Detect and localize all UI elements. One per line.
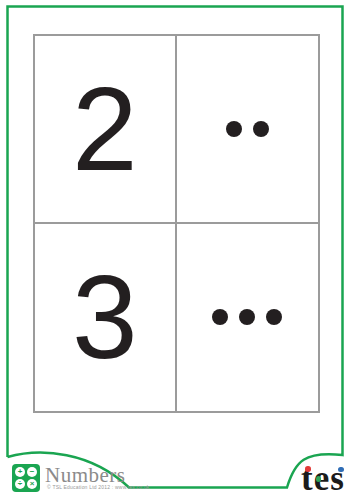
card-cell-numeral-2: 2 bbox=[35, 36, 177, 224]
numeral-3: 3 bbox=[72, 258, 138, 376]
card-cell-numeral-3: 3 bbox=[35, 224, 177, 412]
counting-dot bbox=[253, 121, 269, 137]
counting-dot bbox=[212, 309, 228, 325]
numbers-logo: + − ÷ × bbox=[12, 464, 40, 492]
counting-dot bbox=[239, 309, 255, 325]
counting-dot bbox=[266, 309, 282, 325]
numeral-2: 2 bbox=[72, 70, 138, 188]
copyright-line: © TSL Education Ltd 2012 : www.tes.co.uk bbox=[47, 485, 150, 490]
card-cell-dots-2 bbox=[177, 36, 319, 224]
flashcard-grid: 2 3 bbox=[33, 34, 320, 413]
tes-blue-dot-icon bbox=[338, 467, 344, 473]
plus-icon: + bbox=[15, 467, 25, 477]
dot-group-2 bbox=[226, 121, 269, 137]
dot-group-3 bbox=[212, 309, 282, 325]
card-cell-dots-3 bbox=[177, 224, 319, 412]
minus-icon: − bbox=[27, 467, 37, 477]
flashcard-page: 2 3 + − ÷ × Numbers © TSL Education Ltd … bbox=[0, 0, 354, 500]
counting-dot bbox=[226, 121, 242, 137]
divide-icon: ÷ bbox=[15, 479, 25, 489]
tes-red-dot-icon bbox=[305, 466, 311, 472]
tes-logo: tes bbox=[301, 461, 353, 497]
tes-green-dot-icon bbox=[316, 476, 322, 482]
multiply-icon: × bbox=[27, 479, 37, 489]
